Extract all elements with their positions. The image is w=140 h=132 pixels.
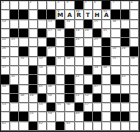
cell-r2c1[interactable]: [1, 10, 10, 19]
clue-number: 40: [103, 66, 107, 69]
cell-r10c12[interactable]: [102, 85, 111, 94]
black-cell: [19, 29, 28, 38]
black-cell: [121, 112, 130, 121]
clue-number: 15: [94, 20, 98, 23]
black-cell: [84, 47, 93, 56]
black-cell: [121, 10, 130, 19]
cell-r3c15[interactable]: [130, 20, 139, 29]
cell-r10c1[interactable]: 44: [1, 85, 10, 94]
cell-r2c12[interactable]: 11A: [102, 10, 111, 19]
clue-number: 17: [48, 29, 52, 32]
cell-r6c7[interactable]: [56, 47, 65, 56]
black-cell: [84, 20, 93, 29]
cell-r10c6[interactable]: 46: [47, 85, 56, 94]
cell-r1c4[interactable]: 2: [29, 1, 38, 10]
clue-number: 36: [131, 57, 135, 60]
cell-r12c7[interactable]: 55: [56, 103, 65, 112]
cell-r8c6[interactable]: [47, 66, 56, 75]
cell-r1c15[interactable]: 8: [130, 1, 139, 10]
clue-number: 42: [76, 75, 80, 78]
black-cell: [10, 112, 19, 121]
black-cell: [65, 47, 74, 56]
cell-r12c10[interactable]: 57: [84, 103, 93, 112]
clue-number: 33: [57, 57, 61, 60]
clue-number: 19: [76, 29, 80, 32]
cell-r7c11[interactable]: [93, 57, 102, 66]
cell-r12c15[interactable]: [130, 103, 139, 112]
cell-r14c11[interactable]: [93, 122, 102, 131]
clue-number: 14: [66, 20, 70, 23]
cell-r11c15[interactable]: [130, 94, 139, 103]
cell-r10c15[interactable]: [130, 85, 139, 94]
cell-r1c10[interactable]: 5: [84, 1, 93, 10]
cell-r1c14[interactable]: [121, 1, 130, 10]
cell-r8c12[interactable]: 40: [102, 66, 111, 75]
clue-number: 4: [66, 1, 68, 4]
clue-number: 47: [94, 85, 98, 88]
clue-number: 31: [20, 57, 24, 60]
black-cell: [47, 38, 56, 47]
cell-r1c7[interactable]: 3: [56, 1, 65, 10]
cell-r7c3[interactable]: 31: [19, 57, 28, 66]
cell-r14c3[interactable]: [19, 122, 28, 131]
cell-r8c2[interactable]: [10, 66, 19, 75]
black-cell: [38, 29, 47, 38]
black-cell: [84, 85, 93, 94]
cell-r12c13[interactable]: [111, 103, 120, 112]
cell-r8c11[interactable]: 39: [93, 66, 102, 75]
cell-r9c15[interactable]: [130, 75, 139, 84]
cell-r1c1[interactable]: 1: [1, 1, 10, 10]
cell-r11c4[interactable]: 49: [29, 94, 38, 103]
black-cell: [47, 10, 56, 19]
clue-number: 22: [2, 38, 6, 41]
cell-r3c1[interactable]: 12: [1, 20, 10, 29]
cell-r12c1[interactable]: 53: [1, 103, 10, 112]
cell-r4c4[interactable]: [29, 29, 38, 38]
cell-r1c5[interactable]: [38, 1, 47, 10]
cell-r12c11[interactable]: [93, 103, 102, 112]
cell-r8c7[interactable]: [56, 66, 65, 75]
cell-r4c15[interactable]: [130, 29, 139, 38]
clue-number: 46: [48, 85, 52, 88]
black-cell: [65, 29, 74, 38]
black-cell: [111, 112, 120, 121]
clue-number: 35: [112, 57, 116, 60]
clue-number: 27: [48, 47, 52, 50]
clue-number: 45: [39, 85, 43, 88]
black-cell: [102, 38, 111, 47]
cell-letter: T: [84, 12, 92, 18]
black-cell: [38, 10, 47, 19]
crossword-grid: 123456789MA10RTH11A121314151617181920212…: [0, 0, 140, 132]
black-cell: [19, 10, 28, 19]
cell-r14c5[interactable]: 62: [38, 122, 47, 131]
cell-r5c9[interactable]: 24: [75, 38, 84, 47]
clue-number: 3: [57, 1, 59, 4]
cell-r5c4[interactable]: [29, 38, 38, 47]
cell-r3c14[interactable]: [121, 20, 130, 29]
clue-number: 39: [94, 66, 98, 69]
clue-number: 1: [2, 1, 4, 4]
cell-r9c3[interactable]: [19, 75, 28, 84]
black-cell: [38, 94, 47, 103]
clue-number: 32: [39, 57, 43, 60]
cell-r4c9[interactable]: 19: [75, 29, 84, 38]
cell-r13c5[interactable]: [38, 112, 47, 121]
black-cell: [19, 47, 28, 56]
black-cell: [65, 38, 74, 47]
cell-r5c10[interactable]: [84, 38, 93, 47]
cell-r8c5[interactable]: 38: [38, 66, 47, 75]
black-cell: [93, 112, 102, 121]
cell-r5c5[interactable]: [38, 38, 47, 47]
cell-r12c4[interactable]: [29, 103, 38, 112]
cell-r12c14[interactable]: [121, 103, 130, 112]
cell-r2c10[interactable]: T: [84, 10, 93, 19]
cell-r9c9[interactable]: 42: [75, 75, 84, 84]
black-cell: [121, 94, 130, 103]
cell-r1c2[interactable]: [10, 1, 19, 10]
black-cell: [10, 29, 19, 38]
black-cell: [93, 29, 102, 38]
cell-r1c8[interactable]: 4: [65, 1, 74, 10]
cell-r4c13[interactable]: [111, 29, 120, 38]
clue-number: 49: [30, 94, 34, 97]
clue-number: 34: [66, 57, 70, 60]
clue-number: 37: [2, 66, 6, 69]
cell-r5c13[interactable]: [111, 38, 120, 47]
black-cell: [93, 94, 102, 103]
cell-r11c10[interactable]: 52: [84, 94, 93, 103]
cell-r7c5[interactable]: 32: [38, 57, 47, 66]
clue-number: 62: [39, 122, 43, 125]
cell-r7c14[interactable]: [121, 57, 130, 66]
cell-r10c7[interactable]: [56, 85, 65, 94]
clue-number: 52: [85, 94, 89, 97]
cell-r8c3[interactable]: [19, 66, 28, 75]
clue-number: 38: [39, 66, 43, 69]
clue-number: 54: [39, 103, 43, 106]
cell-r12c3[interactable]: [19, 103, 28, 112]
cell-r3c12[interactable]: [102, 20, 111, 29]
cell-r6c11[interactable]: [93, 47, 102, 56]
black-cell: [47, 57, 56, 66]
black-cell: [111, 94, 120, 103]
black-cell: [29, 85, 38, 94]
cell-r7c4[interactable]: [29, 57, 38, 66]
cell-letter: A: [65, 12, 73, 18]
cell-r9c12[interactable]: [102, 75, 111, 84]
clue-number: 20: [85, 29, 89, 32]
black-cell: [102, 47, 111, 56]
cell-r12c5[interactable]: 54: [38, 103, 47, 112]
cell-r14c6[interactable]: [47, 122, 56, 131]
cell-r8c13[interactable]: [111, 66, 120, 75]
clue-number: 6: [94, 1, 96, 4]
cell-r6c6[interactable]: 27: [47, 47, 56, 56]
cell-r11c7[interactable]: [56, 94, 65, 103]
black-cell: [29, 75, 38, 84]
cell-r13c1[interactable]: [1, 112, 10, 121]
cell-r11c9[interactable]: 51: [75, 94, 84, 103]
black-cell: [10, 10, 19, 19]
cell-r9c10[interactable]: [84, 75, 93, 84]
clue-number: 23: [11, 38, 15, 41]
cell-r7c9[interactable]: [75, 57, 84, 66]
cell-r1c11[interactable]: 6: [93, 1, 102, 10]
cell-r4c1[interactable]: [1, 29, 10, 38]
cell-r13c7[interactable]: [56, 112, 65, 121]
cell-r8c1[interactable]: 37: [1, 66, 10, 75]
clue-number: 21: [103, 29, 107, 32]
cell-r11c1[interactable]: [1, 94, 10, 103]
cell-r6c1[interactable]: 26: [1, 47, 10, 56]
black-cell: [102, 1, 111, 10]
clue-number: 63: [66, 122, 70, 125]
clue-number: 30: [2, 57, 6, 60]
cell-r5c15[interactable]: [130, 38, 139, 47]
cell-r8c8[interactable]: [65, 66, 74, 75]
clue-number: 41: [11, 75, 15, 78]
cell-r7c10[interactable]: [84, 57, 93, 66]
clue-number: 25: [94, 38, 98, 41]
clue-number: 58: [30, 112, 34, 115]
cell-r10c5[interactable]: 45: [38, 85, 47, 94]
clue-number: 43: [122, 75, 126, 78]
clue-number: 53: [2, 103, 6, 106]
cell-r14c10[interactable]: [84, 122, 93, 131]
cell-r14c15[interactable]: [130, 122, 139, 131]
black-cell: [1, 75, 10, 84]
cell-r3c13[interactable]: 16: [111, 20, 120, 29]
cell-r13c12[interactable]: [102, 112, 111, 121]
black-cell: [56, 20, 65, 29]
cell-r2c4[interactable]: [29, 10, 38, 19]
black-cell: [65, 75, 74, 84]
black-cell: [102, 57, 111, 66]
clue-number: 28: [112, 47, 116, 50]
cell-r12c2[interactable]: [10, 103, 19, 112]
black-cell: [29, 66, 38, 75]
cell-r2c7[interactable]: 9M: [56, 10, 65, 19]
cell-letter: M: [56, 12, 64, 18]
cell-r10c3[interactable]: [19, 85, 28, 94]
cell-r6c4[interactable]: [29, 47, 38, 56]
clue-number: 24: [76, 38, 80, 41]
cell-r4c10[interactable]: 20: [84, 29, 93, 38]
cell-r6c9[interactable]: [75, 47, 84, 56]
black-cell: [29, 122, 38, 131]
cell-r13c4[interactable]: 58: [29, 112, 38, 121]
cell-letter: A: [102, 12, 110, 18]
cell-letter: H: [93, 12, 101, 18]
clue-number: 5: [85, 1, 87, 4]
cell-r6c14[interactable]: 29: [121, 47, 130, 56]
cell-r11c6[interactable]: 50: [47, 94, 56, 103]
clue-number: 2: [30, 1, 32, 4]
cell-r5c2[interactable]: 23: [10, 38, 19, 47]
cell-r13c8[interactable]: [65, 112, 74, 121]
cell-r11c3[interactable]: 48: [19, 94, 28, 103]
cell-r7c1[interactable]: 30: [1, 57, 10, 66]
clue-number: 56: [66, 103, 70, 106]
cell-r7c7[interactable]: 33: [56, 57, 65, 66]
cell-r7c8[interactable]: 34: [65, 57, 74, 66]
clue-number: 57: [85, 103, 89, 106]
black-cell: [75, 1, 84, 10]
clue-number: 12: [2, 20, 6, 23]
clue-number: 55: [57, 103, 61, 106]
black-cell: [38, 47, 47, 56]
black-cell: [84, 112, 93, 121]
black-cell: [121, 29, 130, 38]
clue-number: 7: [112, 1, 114, 4]
cell-r14c2[interactable]: [10, 122, 19, 131]
cell-r12c8[interactable]: 56: [65, 103, 74, 112]
cell-r2c11[interactable]: H: [93, 10, 102, 19]
cell-r3c5[interactable]: [38, 20, 47, 29]
cell-r10c14[interactable]: [121, 85, 130, 94]
clue-number: 8: [131, 1, 133, 4]
cell-r7c2[interactable]: [10, 57, 19, 66]
black-cell: [10, 94, 19, 103]
cell-r3c8[interactable]: 14: [65, 20, 74, 29]
cell-r3c4[interactable]: [29, 20, 38, 29]
cell-r3c11[interactable]: 15: [93, 20, 102, 29]
clue-number: 44: [2, 85, 6, 88]
clue-number: 16: [112, 20, 116, 23]
black-cell: [65, 94, 74, 103]
crossword-board: 123456789MA10RTH11A121314151617181920212…: [0, 0, 140, 132]
cell-r13c15[interactable]: [130, 112, 139, 121]
clue-number: 60: [76, 112, 80, 115]
clue-number: 61: [2, 122, 6, 125]
cell-r6c2[interactable]: [10, 47, 19, 56]
cell-r4c7[interactable]: 18: [56, 29, 65, 38]
cell-r13c9[interactable]: 60: [75, 112, 84, 121]
clue-number: 48: [20, 94, 24, 97]
cell-letter: R: [75, 12, 83, 18]
black-cell: [84, 66, 93, 75]
black-cell: [93, 75, 102, 84]
cell-r1c13[interactable]: 7: [111, 1, 120, 10]
black-cell: [47, 103, 56, 112]
cell-r8c9[interactable]: [75, 66, 84, 75]
cell-r9c2[interactable]: 41: [10, 75, 19, 84]
cell-r1c6[interactable]: [47, 1, 56, 10]
cell-r5c3[interactable]: [19, 38, 28, 47]
cell-r14c13[interactable]: [111, 122, 120, 131]
clue-number: 50: [48, 94, 52, 97]
clue-number: 13: [48, 20, 52, 23]
cell-r14c14[interactable]: [121, 122, 130, 131]
cell-r10c13[interactable]: [111, 85, 120, 94]
black-cell: [56, 122, 65, 131]
cell-r5c7[interactable]: [56, 38, 65, 47]
cell-r14c12[interactable]: [102, 122, 111, 131]
cell-r8c15[interactable]: [130, 66, 139, 75]
clue-number: 51: [76, 94, 80, 97]
cell-r3c3[interactable]: [19, 20, 28, 29]
cell-r6c13[interactable]: 28: [111, 47, 120, 56]
cell-r4c12[interactable]: 21: [102, 29, 111, 38]
cell-r4c6[interactable]: 17: [47, 29, 56, 38]
black-cell: [111, 75, 120, 84]
cell-r5c11[interactable]: 25: [93, 38, 102, 47]
cell-r14c1[interactable]: 61: [1, 122, 10, 131]
cell-r3c9[interactable]: [75, 20, 84, 29]
cell-r7c15[interactable]: 36: [130, 57, 139, 66]
cell-r14c8[interactable]: 63: [65, 122, 74, 131]
cell-r14c9[interactable]: [75, 122, 84, 131]
black-cell: [47, 75, 56, 84]
cell-r13c6[interactable]: 59: [47, 112, 56, 121]
cell-r9c7[interactable]: [56, 75, 65, 84]
cell-r5c1[interactable]: 22: [1, 38, 10, 47]
black-cell: [121, 38, 130, 47]
cell-r3c2[interactable]: [10, 20, 19, 29]
black-cell: [10, 85, 19, 94]
clue-number: 18: [57, 29, 61, 32]
cell-r2c15[interactable]: [130, 10, 139, 19]
cell-r2c8[interactable]: A: [65, 10, 74, 19]
black-cell: [19, 112, 28, 121]
black-cell: [65, 85, 74, 94]
cell-r7c13[interactable]: 35: [111, 57, 120, 66]
cell-r8c14[interactable]: [121, 66, 130, 75]
clue-number: 29: [122, 47, 126, 50]
clue-number: 26: [2, 47, 6, 50]
black-cell: [111, 10, 120, 19]
cell-r10c9[interactable]: [75, 85, 84, 94]
cell-r12c12[interactable]: [102, 103, 111, 112]
cell-r2c9[interactable]: 10R: [75, 10, 84, 19]
cell-r1c3[interactable]: [19, 1, 28, 10]
cell-r11c12[interactable]: [102, 94, 111, 103]
cell-r10c11[interactable]: 47: [93, 85, 102, 94]
cell-r9c5[interactable]: [38, 75, 47, 84]
cell-r3c6[interactable]: 13: [47, 20, 56, 29]
black-cell: [130, 47, 139, 56]
cell-r9c14[interactable]: 43: [121, 75, 130, 84]
black-cell: [75, 103, 84, 112]
clue-number: 59: [48, 112, 52, 115]
